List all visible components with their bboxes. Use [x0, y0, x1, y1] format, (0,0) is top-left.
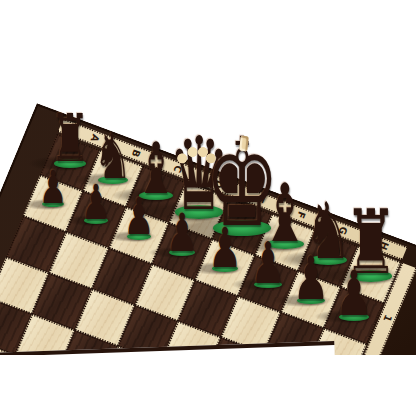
piece-black-pawn-c2[interactable]: ♟: [124, 192, 155, 243]
piece-black-pawn-d2[interactable]: ♟: [166, 207, 198, 260]
piece-black-pawn-g2[interactable]: ♟: [293, 249, 329, 309]
product-photo-chess-set: ABCDEFGH 12345678 ♜♞♝♛♚♝♞♜♟♟♟♟♟♟♟♟: [0, 0, 416, 416]
crop-mask-bottom: [0, 355, 416, 416]
piece-black-pawn-b2[interactable]: ♟: [81, 178, 110, 226]
piece-black-pawn-f2[interactable]: ♟: [250, 235, 285, 292]
piece-black-pawn-a2[interactable]: ♟: [39, 164, 67, 210]
piece-black-pawn-e2[interactable]: ♟: [208, 221, 242, 276]
piece-black-pawn-h2[interactable]: ♟: [335, 263, 373, 325]
